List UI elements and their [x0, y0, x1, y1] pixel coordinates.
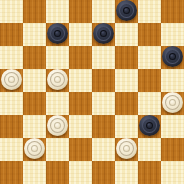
- square-d7: [69, 23, 92, 46]
- square-f5: [115, 69, 138, 92]
- square-c4: [46, 92, 69, 115]
- square-b2[interactable]: [23, 138, 46, 161]
- square-a6: [0, 46, 23, 69]
- square-a5[interactable]: [0, 69, 23, 92]
- square-b7: [23, 23, 46, 46]
- checkers-board: [0, 0, 184, 184]
- square-d1: [69, 161, 92, 184]
- square-e1[interactable]: [92, 161, 115, 184]
- white-man-a5[interactable]: [1, 69, 22, 90]
- square-g1[interactable]: [138, 161, 161, 184]
- black-man-e7[interactable]: [93, 23, 114, 44]
- square-c2: [46, 138, 69, 161]
- square-a1[interactable]: [0, 161, 23, 184]
- square-e4: [92, 92, 115, 115]
- square-g6: [138, 46, 161, 69]
- square-d4[interactable]: [69, 92, 92, 115]
- square-f8[interactable]: [115, 0, 138, 23]
- square-a3[interactable]: [0, 115, 23, 138]
- white-man-h4[interactable]: [162, 92, 183, 113]
- square-e5[interactable]: [92, 69, 115, 92]
- square-g7[interactable]: [138, 23, 161, 46]
- square-h5: [161, 69, 184, 92]
- square-f2[interactable]: [115, 138, 138, 161]
- square-e8: [92, 0, 115, 23]
- square-c8: [46, 0, 69, 23]
- square-b5: [23, 69, 46, 92]
- square-h3: [161, 115, 184, 138]
- square-c6: [46, 46, 69, 69]
- square-a8: [0, 0, 23, 23]
- square-e2: [92, 138, 115, 161]
- black-man-c7[interactable]: [47, 23, 68, 44]
- square-h4[interactable]: [161, 92, 184, 115]
- square-g5[interactable]: [138, 69, 161, 92]
- white-man-c5[interactable]: [47, 69, 68, 90]
- white-man-b2[interactable]: [24, 138, 45, 159]
- square-b8[interactable]: [23, 0, 46, 23]
- square-h2[interactable]: [161, 138, 184, 161]
- square-g4: [138, 92, 161, 115]
- square-h1: [161, 161, 184, 184]
- square-b3: [23, 115, 46, 138]
- square-e3[interactable]: [92, 115, 115, 138]
- square-g3[interactable]: [138, 115, 161, 138]
- square-h8[interactable]: [161, 0, 184, 23]
- square-a7[interactable]: [0, 23, 23, 46]
- square-a4: [0, 92, 23, 115]
- square-b1: [23, 161, 46, 184]
- square-f7: [115, 23, 138, 46]
- square-d5: [69, 69, 92, 92]
- square-f4[interactable]: [115, 92, 138, 115]
- black-man-f8[interactable]: [116, 0, 137, 21]
- white-man-c3[interactable]: [47, 115, 68, 136]
- square-a2: [0, 138, 23, 161]
- square-b4[interactable]: [23, 92, 46, 115]
- square-d3: [69, 115, 92, 138]
- square-f3: [115, 115, 138, 138]
- square-d2[interactable]: [69, 138, 92, 161]
- square-h7: [161, 23, 184, 46]
- square-c3[interactable]: [46, 115, 69, 138]
- square-c1[interactable]: [46, 161, 69, 184]
- square-c5[interactable]: [46, 69, 69, 92]
- square-c7[interactable]: [46, 23, 69, 46]
- square-b6[interactable]: [23, 46, 46, 69]
- square-g8: [138, 0, 161, 23]
- square-e7[interactable]: [92, 23, 115, 46]
- square-e6: [92, 46, 115, 69]
- square-f6[interactable]: [115, 46, 138, 69]
- black-man-g3[interactable]: [139, 115, 160, 136]
- square-d6[interactable]: [69, 46, 92, 69]
- square-d8[interactable]: [69, 0, 92, 23]
- square-g2: [138, 138, 161, 161]
- black-man-h6[interactable]: [162, 46, 183, 67]
- white-man-f2[interactable]: [116, 138, 137, 159]
- square-f1: [115, 161, 138, 184]
- square-h6[interactable]: [161, 46, 184, 69]
